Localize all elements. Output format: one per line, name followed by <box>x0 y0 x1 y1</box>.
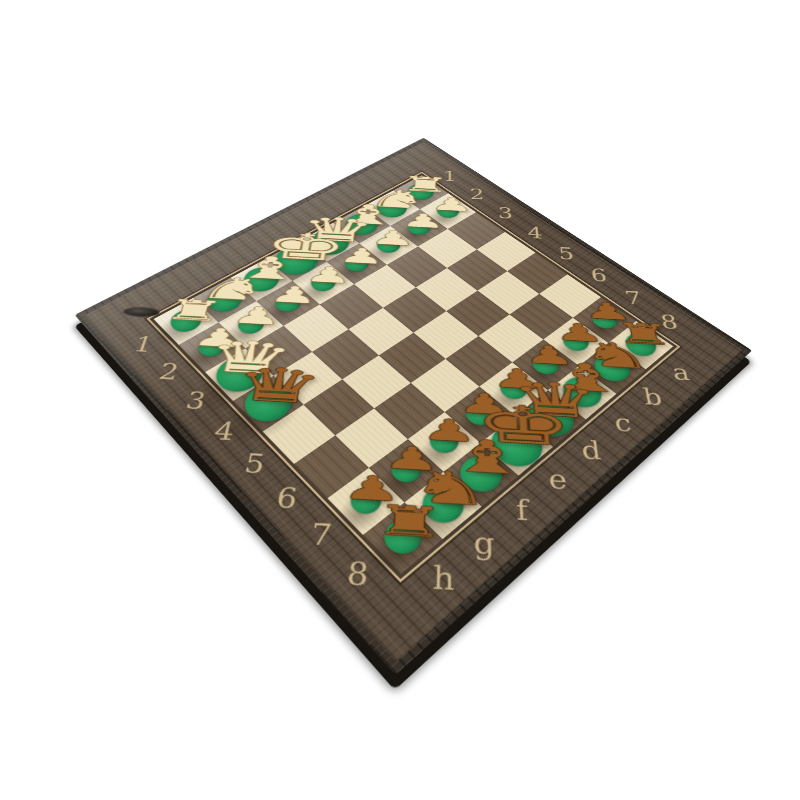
scene-rotation: 1234567812345678abcdefgh ♜♞♟♝♟♛♟♚♟♝♟♞♟♟♜… <box>0 0 800 800</box>
chess-board: 1234567812345678abcdefgh ♜♞♟♝♟♛♟♚♟♝♟♞♟♟♜… <box>75 138 753 676</box>
rank-label-right-4: 4 <box>527 225 544 241</box>
rank-label-right-5: 5 <box>557 245 575 262</box>
chess-set-photo: 1234567812345678abcdefgh ♜♞♟♝♟♛♟♚♟♝♟♞♟♟♜… <box>0 0 800 800</box>
rank-label-right-6: 6 <box>589 266 608 284</box>
